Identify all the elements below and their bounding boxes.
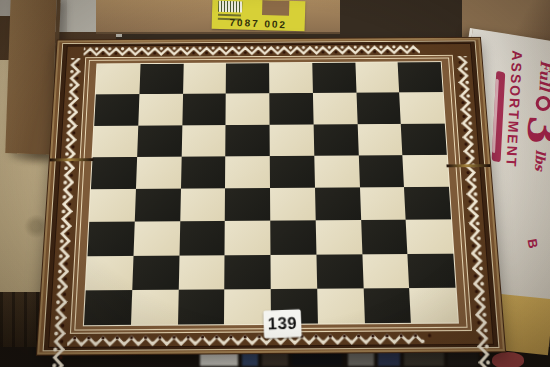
board-square (316, 254, 363, 289)
board-square (86, 255, 134, 290)
board-square (91, 157, 137, 190)
board-square (408, 253, 456, 288)
board-square (94, 94, 139, 125)
weight-unit: lbs (533, 149, 549, 171)
board-square (135, 189, 181, 222)
board-square (313, 124, 358, 156)
board-square (178, 255, 224, 290)
board-square (180, 156, 225, 188)
auction-photo: 7087 002 Full 3 lbs ASSORTMENT B (0, 0, 550, 367)
board-square (398, 62, 443, 92)
board-square (180, 188, 225, 221)
board-square (132, 255, 179, 290)
board-square (138, 94, 183, 125)
board-square (224, 254, 270, 289)
board-square (179, 221, 225, 255)
board-square (131, 289, 179, 324)
board-square (270, 188, 315, 221)
board-square (317, 288, 364, 323)
board-stringing-band (70, 55, 472, 334)
board-square (269, 63, 313, 94)
board-square (177, 289, 224, 324)
board-square (182, 94, 226, 125)
board-square (399, 92, 444, 123)
inlay-zigzag-bottom (67, 332, 437, 347)
board-square (96, 64, 141, 95)
board-square (225, 221, 271, 255)
barcode-icon (218, 1, 242, 13)
hinge-right (446, 164, 490, 167)
board-square (88, 222, 135, 256)
board-square (361, 220, 408, 254)
tag-cutout (262, 0, 289, 16)
board-square (312, 63, 356, 94)
board-square (183, 63, 227, 94)
shelf-tag: 7087 002 (212, 0, 306, 31)
weight-prefix: Full (536, 60, 550, 91)
board-square (226, 93, 270, 124)
board-square (270, 254, 316, 289)
board-square (133, 221, 179, 255)
board-square (315, 187, 361, 220)
board-square (93, 125, 138, 157)
ribbon-banner-small (492, 71, 506, 163)
board-square (355, 62, 399, 93)
board-square (226, 63, 269, 94)
board-dark-band (43, 40, 500, 351)
board-square (406, 220, 453, 254)
weight-number: 3 (524, 114, 550, 145)
hinge-left (50, 158, 94, 161)
board-square (136, 156, 181, 188)
board-square (409, 287, 457, 322)
board-square (363, 288, 411, 323)
board-square (357, 123, 402, 155)
board-square (270, 156, 315, 188)
board-square (181, 125, 226, 157)
board-square (269, 93, 313, 124)
board-inner-band (74, 58, 467, 331)
board-square (139, 64, 183, 95)
board-square (89, 189, 135, 222)
board-square (84, 290, 132, 325)
board-square (270, 221, 316, 255)
board-square (404, 187, 451, 220)
board-square (225, 124, 269, 156)
board-square (225, 188, 270, 221)
board-outer-frame (36, 37, 506, 356)
board-square (403, 155, 449, 187)
red-object (492, 352, 524, 367)
shelf-tag-number: 7087 002 (212, 16, 305, 31)
chessboard: 139 (36, 37, 506, 356)
lot-sticker: 139 (263, 309, 302, 338)
medallion-seal-icon (536, 95, 550, 111)
board-square (225, 156, 270, 188)
lot-number: 139 (267, 314, 297, 334)
board-squares (83, 61, 459, 326)
board-square (401, 123, 447, 155)
board-square (356, 93, 401, 124)
board-square (313, 93, 357, 124)
board-inlay-band (48, 43, 494, 348)
board-square (270, 124, 314, 156)
board-square (314, 155, 359, 187)
board-square (362, 254, 409, 289)
board-square (359, 187, 405, 220)
board-square (315, 220, 361, 254)
board-square (358, 155, 404, 187)
board-square (137, 125, 182, 157)
